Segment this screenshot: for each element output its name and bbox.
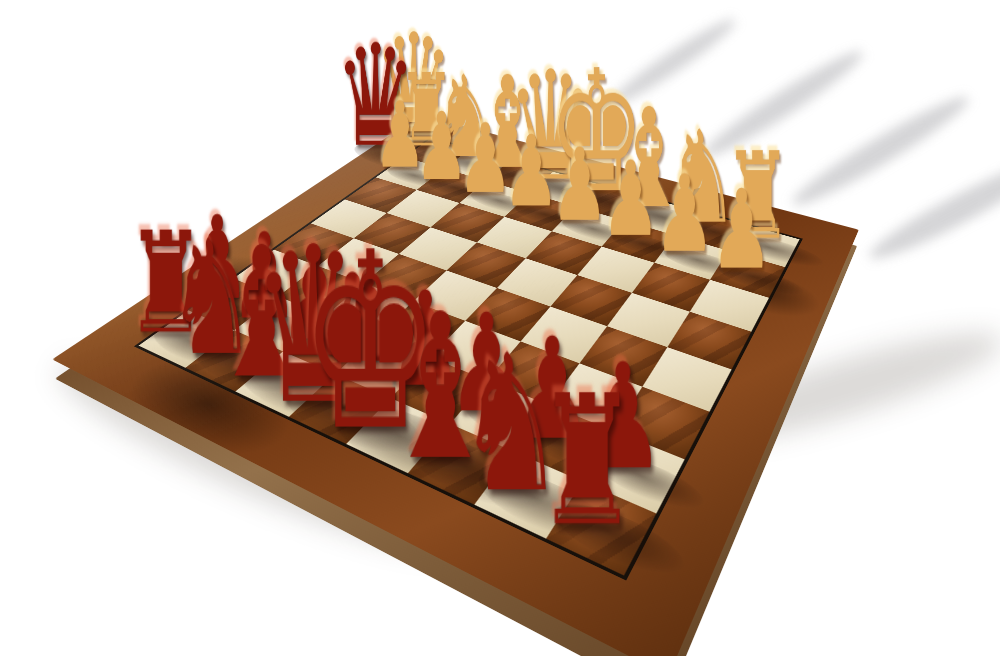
pieces-layer: ♛♛♜♞♟♝♟♛♟♚♟♝♟♞♟♟♜♟♟♜♟♟♞♟♝♟♛♟♚♟♝♟♞♜ <box>139 138 800 575</box>
chess-board: ♛♛♜♞♟♝♟♛♟♚♟♝♟♞♟♟♜♟♟♜♟♟♞♟♝♟♛♟♚♟♝♟♞♜ <box>52 115 859 656</box>
photo-scene: ♛♛♜♞♟♝♟♛♟♚♟♝♟♞♟♟♜♟♟♜♟♟♞♟♝♟♛♟♚♟♝♟♞♜ <box>0 0 1000 656</box>
boxwood-pawn-glyph: ♟ <box>646 175 837 284</box>
red-rook-glyph: ♜ <box>451 372 724 551</box>
